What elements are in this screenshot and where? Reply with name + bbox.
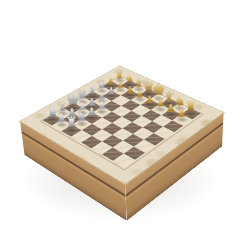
gold-P-glyph: ♟ [135, 89, 144, 99]
gold-P-glyph: ♟ [155, 98, 165, 109]
chess-set-product-photo: ♜♞♝♛♚♝♞♜♟♟♟♟♟♟♟♟♞♝♛♚♝♜♟♟♟♟♟♟♟♟♞♜ [0, 0, 240, 240]
gold-P-glyph: ♟ [126, 85, 135, 95]
gold-P-glyph: ♟ [145, 94, 155, 105]
perspective-wrapper: ♜♞♝♛♚♝♞♜♟♟♟♟♟♟♟♟♞♝♛♚♝♜♟♟♟♟♟♟♟♟♞♜ [0, 0, 240, 240]
silver-P-glyph: ♟ [107, 86, 116, 96]
gold-P-glyph: ♟ [176, 107, 187, 119]
gold-P-glyph: ♟ [116, 81, 124, 90]
wooden-chess-box: ♜♞♝♛♚♝♞♜♟♟♟♟♟♟♟♟♞♝♛♚♝♜♟♟♟♟♟♟♟♟♞♜ [20, 66, 223, 184]
silver-P-glyph: ♟ [87, 106, 97, 117]
gold-P-glyph: ♟ [166, 103, 176, 114]
silver-P-glyph: ♟ [97, 101, 107, 112]
silver-R-glyph: ♜ [65, 116, 78, 131]
